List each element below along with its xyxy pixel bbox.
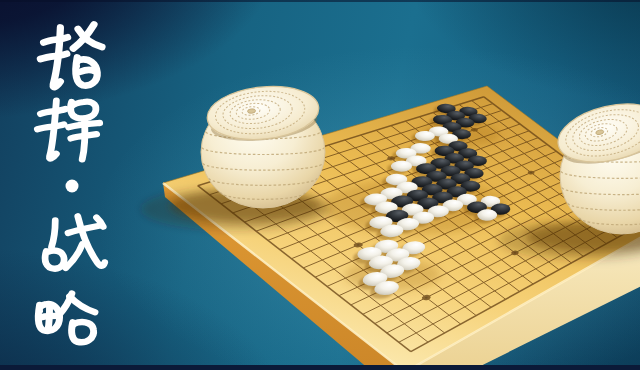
top-border-bar [0, 0, 640, 2]
hoshi-point [354, 243, 362, 247]
calligraphy-character-strokes [45, 216, 105, 269]
wallpaper-scene: 指 择 · 战 略 [0, 0, 640, 370]
calligraphy-artwork [37, 25, 104, 343]
stone-bowl-left [141, 81, 331, 230]
goban-photo [0, 0, 640, 370]
calligraphy-character-strokes [38, 294, 95, 343]
calligraphy-character-strokes [37, 101, 99, 160]
hoshi-point [528, 171, 534, 174]
calligraphy-dot [66, 180, 79, 193]
bottom-border-bar [0, 365, 640, 370]
calligraphy-character-strokes [40, 25, 102, 88]
